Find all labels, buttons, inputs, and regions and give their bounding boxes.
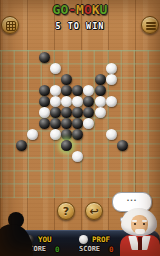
black-stone <box>50 118 61 129</box>
menu-button[interactable] <box>141 16 159 34</box>
black-stone <box>72 85 83 96</box>
prof-mustache <box>135 229 145 234</box>
white-stone <box>50 129 61 140</box>
black-stone <box>72 107 83 118</box>
black-stone-last-move <box>61 140 72 151</box>
white-stone-icon <box>79 235 88 244</box>
black-stone <box>39 96 50 107</box>
white-stone <box>72 151 83 162</box>
subtitle: 5 TO WIN <box>0 21 160 31</box>
black-stone <box>61 74 72 85</box>
thought-bubble-text: ... <box>113 193 151 203</box>
game-title: GO-MOKU <box>0 3 160 17</box>
white-stone <box>106 96 117 107</box>
white-stone <box>50 63 61 74</box>
you-avatar <box>0 210 42 256</box>
white-stone <box>83 118 94 129</box>
black-stone <box>61 129 72 140</box>
black-stone <box>83 107 94 118</box>
you-score-value: 0 <box>55 245 60 254</box>
white-stone <box>61 96 72 107</box>
prof-score-value: 0 <box>109 245 114 254</box>
black-stone <box>72 118 83 129</box>
white-stone <box>95 96 106 107</box>
white-stone <box>106 63 117 74</box>
black-stone <box>39 85 50 96</box>
black-stone <box>83 96 94 107</box>
question-mark-icon: ? <box>58 205 74 218</box>
black-stone <box>95 85 106 96</box>
black-stone <box>117 140 128 151</box>
black-stone <box>39 118 50 129</box>
white-stone <box>106 74 117 85</box>
white-stone <box>72 96 83 107</box>
white-stone <box>27 129 38 140</box>
board-grid-icon <box>6 21 16 31</box>
prof-shirt <box>138 237 142 250</box>
menu-list-icon <box>146 22 156 30</box>
black-stone <box>16 140 27 151</box>
black-stone <box>61 85 72 96</box>
title-letter: O <box>84 2 92 17</box>
black-stone <box>95 74 106 85</box>
black-stone <box>61 118 72 129</box>
black-stone <box>39 52 50 63</box>
board-style-button[interactable] <box>1 16 19 34</box>
black-stone <box>72 129 83 140</box>
gomoku-board[interactable] <box>0 50 160 198</box>
undo-button[interactable]: ↩ <box>85 202 103 220</box>
hint-button[interactable]: ? <box>57 202 75 220</box>
title-letter: U <box>100 2 108 17</box>
title-letter: - <box>68 2 76 17</box>
black-stone <box>61 107 72 118</box>
undo-arrow-icon: ↩ <box>86 205 102 218</box>
white-stone <box>39 107 50 118</box>
title-letter: M <box>76 2 84 17</box>
player-prof-name: PROF <box>92 235 110 244</box>
white-stone <box>95 107 106 118</box>
white-stone <box>50 96 61 107</box>
black-stone <box>50 107 61 118</box>
game-screen: GO-MOKU 5 TO WIN ? ↩ ... YOU SCORE 0 PRO… <box>0 0 160 256</box>
white-stone <box>106 129 117 140</box>
prof-avatar <box>120 208 160 256</box>
prof-score-label: SCORE <box>79 245 100 253</box>
white-stone <box>50 85 61 96</box>
you-avatar-body <box>0 224 33 256</box>
title-letter: K <box>92 2 100 17</box>
white-stone <box>83 85 94 96</box>
